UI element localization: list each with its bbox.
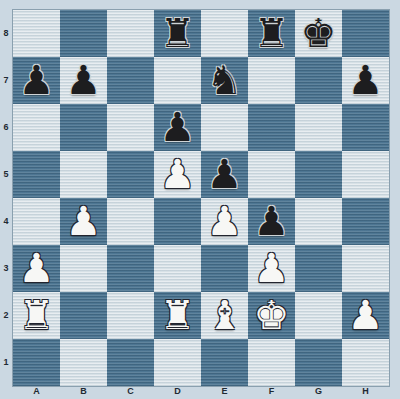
square-b8[interactable]: [60, 10, 107, 57]
square-a7[interactable]: ♟: [13, 57, 60, 104]
square-f3[interactable]: ♟: [248, 245, 295, 292]
piece-white-pawn-h2: ♟: [348, 292, 384, 339]
square-c6[interactable]: [107, 104, 154, 151]
square-f4[interactable]: ♟: [248, 198, 295, 245]
square-e3[interactable]: [201, 245, 248, 292]
piece-black-pawn-e5: ♟: [207, 151, 243, 198]
square-f6[interactable]: [248, 104, 295, 151]
piece-black-knight-e7: ♞: [207, 57, 243, 104]
square-b4[interactable]: ♟: [60, 198, 107, 245]
square-g3[interactable]: [295, 245, 342, 292]
piece-white-pawn-f3: ♟: [254, 245, 290, 292]
square-c3[interactable]: [107, 245, 154, 292]
square-b7[interactable]: ♟: [60, 57, 107, 104]
rank-label-8: 8: [0, 10, 12, 57]
square-b6[interactable]: [60, 104, 107, 151]
square-c8[interactable]: [107, 10, 154, 57]
rank-label-7: 7: [0, 57, 12, 104]
file-label-a: A: [13, 385, 60, 399]
rank-labels: 87654321: [0, 10, 13, 386]
square-h2[interactable]: ♟: [342, 292, 389, 339]
square-b5[interactable]: [60, 151, 107, 198]
piece-white-pawn-a3: ♟: [19, 245, 55, 292]
piece-white-pawn-d5: ♟: [160, 151, 196, 198]
piece-black-pawn-d6: ♟: [160, 104, 196, 151]
file-label-c: C: [107, 385, 154, 399]
piece-black-pawn-f4: ♟: [254, 198, 290, 245]
square-g1[interactable]: [295, 339, 342, 386]
rank-label-6: 6: [0, 104, 12, 151]
piece-white-pawn-b4: ♟: [66, 198, 102, 245]
square-e7[interactable]: ♞: [201, 57, 248, 104]
square-g7[interactable]: [295, 57, 342, 104]
square-f8[interactable]: ♜: [248, 10, 295, 57]
piece-black-pawn-h7: ♟: [348, 57, 384, 104]
square-a1[interactable]: [13, 339, 60, 386]
piece-black-rook-f8: ♜: [254, 10, 290, 57]
file-label-g: G: [295, 385, 342, 399]
square-d2[interactable]: ♜: [154, 292, 201, 339]
piece-white-bishop-e2: ♝: [207, 292, 243, 339]
square-a3[interactable]: ♟: [13, 245, 60, 292]
square-d6[interactable]: ♟: [154, 104, 201, 151]
square-e6[interactable]: [201, 104, 248, 151]
square-h6[interactable]: [342, 104, 389, 151]
square-h7[interactable]: ♟: [342, 57, 389, 104]
file-label-b: B: [60, 385, 107, 399]
rank-label-5: 5: [0, 151, 12, 198]
square-b2[interactable]: [60, 292, 107, 339]
square-e2[interactable]: ♝: [201, 292, 248, 339]
square-f7[interactable]: [248, 57, 295, 104]
chess-diagram: 87654321 ♜♜♚♟♟♞♟♟♟♟♟♟♟♟♟♜♜♝♚♟ ABCDEFGH: [0, 0, 400, 399]
square-d8[interactable]: ♜: [154, 10, 201, 57]
piece-white-rook-a2: ♜: [19, 292, 55, 339]
square-c2[interactable]: [107, 292, 154, 339]
square-c7[interactable]: [107, 57, 154, 104]
square-f5[interactable]: [248, 151, 295, 198]
square-g8[interactable]: ♚: [295, 10, 342, 57]
piece-white-pawn-e4: ♟: [207, 198, 243, 245]
square-g2[interactable]: [295, 292, 342, 339]
square-e8[interactable]: [201, 10, 248, 57]
square-e4[interactable]: ♟: [201, 198, 248, 245]
square-h1[interactable]: [342, 339, 389, 386]
piece-black-pawn-a7: ♟: [19, 57, 55, 104]
piece-black-pawn-b7: ♟: [66, 57, 102, 104]
square-b1[interactable]: [60, 339, 107, 386]
piece-black-king-g8: ♚: [301, 10, 337, 57]
square-a6[interactable]: [13, 104, 60, 151]
square-c5[interactable]: [107, 151, 154, 198]
rank-label-1: 1: [0, 339, 12, 386]
square-f1[interactable]: [248, 339, 295, 386]
square-c4[interactable]: [107, 198, 154, 245]
rank-label-3: 3: [0, 245, 12, 292]
file-labels: ABCDEFGH: [13, 385, 389, 399]
file-label-d: D: [154, 385, 201, 399]
chess-board: ♜♜♚♟♟♞♟♟♟♟♟♟♟♟♟♜♜♝♚♟: [13, 10, 389, 386]
file-label-h: H: [342, 385, 389, 399]
square-c1[interactable]: [107, 339, 154, 386]
piece-black-rook-d8: ♜: [160, 10, 196, 57]
piece-white-king-f2: ♚: [254, 292, 290, 339]
rank-label-4: 4: [0, 198, 12, 245]
square-a2[interactable]: ♜: [13, 292, 60, 339]
square-g6[interactable]: [295, 104, 342, 151]
square-f2[interactable]: ♚: [248, 292, 295, 339]
piece-white-rook-d2: ♜: [160, 292, 196, 339]
square-d4[interactable]: [154, 198, 201, 245]
square-a5[interactable]: [13, 151, 60, 198]
rank-label-2: 2: [0, 292, 12, 339]
square-g4[interactable]: [295, 198, 342, 245]
square-a8[interactable]: [13, 10, 60, 57]
square-h8[interactable]: [342, 10, 389, 57]
square-e1[interactable]: [201, 339, 248, 386]
square-d3[interactable]: [154, 245, 201, 292]
square-g5[interactable]: [295, 151, 342, 198]
square-e5[interactable]: ♟: [201, 151, 248, 198]
square-h4[interactable]: [342, 198, 389, 245]
square-d7[interactable]: [154, 57, 201, 104]
square-a4[interactable]: [13, 198, 60, 245]
square-d5[interactable]: ♟: [154, 151, 201, 198]
square-h3[interactable]: [342, 245, 389, 292]
square-d1[interactable]: [154, 339, 201, 386]
file-label-f: F: [248, 385, 295, 399]
square-b3[interactable]: [60, 245, 107, 292]
square-h5[interactable]: [342, 151, 389, 198]
file-label-e: E: [201, 385, 248, 399]
